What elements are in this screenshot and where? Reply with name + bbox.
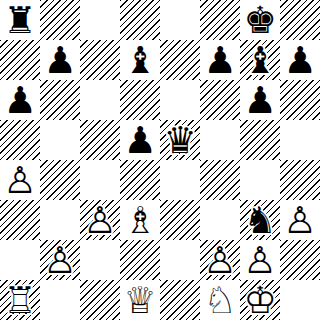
square-e1[interactable] <box>160 280 200 320</box>
black-pawn-icon: ♟ <box>40 40 80 80</box>
square-f7[interactable]: ♟♟ <box>200 40 240 80</box>
chess-board: ♜♜♚♚♟♟♝♝♟♟♝♝♟♟♟♟♟♟♟♟♛♛♟♙♟♙♝♗♞♞♟♙♟♙♟♙♟♙♜♖… <box>0 0 320 320</box>
square-g8[interactable]: ♚♚ <box>240 0 280 40</box>
square-d1[interactable]: ♛♕ <box>120 280 160 320</box>
square-d4[interactable] <box>120 160 160 200</box>
black-pawn-halo: ♟ <box>120 120 160 160</box>
square-f4[interactable] <box>200 160 240 200</box>
black-king-icon: ♚ <box>240 0 280 40</box>
square-h1[interactable] <box>280 280 320 320</box>
square-b7[interactable]: ♟♟ <box>40 40 80 80</box>
square-c6[interactable] <box>80 80 120 120</box>
white-pawn-icon: ♙ <box>280 200 320 240</box>
black-bishop-halo: ♝ <box>120 40 160 80</box>
square-e5[interactable]: ♛♛ <box>160 120 200 160</box>
square-a7[interactable] <box>0 40 40 80</box>
black-king-halo: ♚ <box>240 0 280 40</box>
square-b5[interactable] <box>40 120 80 160</box>
white-pawn-icon: ♙ <box>40 240 80 280</box>
square-g4[interactable] <box>240 160 280 200</box>
square-b4[interactable] <box>40 160 80 200</box>
square-c2[interactable] <box>80 240 120 280</box>
square-a4[interactable]: ♟♙ <box>0 160 40 200</box>
square-g1[interactable]: ♚♔ <box>240 280 280 320</box>
square-e4[interactable] <box>160 160 200 200</box>
square-b8[interactable] <box>40 0 80 40</box>
black-pawn-icon: ♟ <box>120 120 160 160</box>
black-pawn-halo: ♟ <box>40 40 80 80</box>
square-c8[interactable] <box>80 0 120 40</box>
white-pawn-halo: ♟ <box>0 160 40 200</box>
black-bishop-icon: ♝ <box>240 40 280 80</box>
white-rook-halo: ♜ <box>0 280 40 320</box>
square-e8[interactable] <box>160 0 200 40</box>
black-pawn-icon: ♟ <box>200 40 240 80</box>
square-h5[interactable] <box>280 120 320 160</box>
square-g5[interactable] <box>240 120 280 160</box>
square-h6[interactable] <box>280 80 320 120</box>
square-a3[interactable] <box>0 200 40 240</box>
white-knight-halo: ♞ <box>200 280 240 320</box>
square-b6[interactable] <box>40 80 80 120</box>
square-g3[interactable]: ♞♞ <box>240 200 280 240</box>
white-queen-halo: ♛ <box>120 280 160 320</box>
square-d8[interactable] <box>120 0 160 40</box>
square-h8[interactable] <box>280 0 320 40</box>
square-h7[interactable]: ♟♟ <box>280 40 320 80</box>
black-pawn-halo: ♟ <box>200 40 240 80</box>
black-pawn-halo: ♟ <box>240 80 280 120</box>
square-b1[interactable] <box>40 280 80 320</box>
black-queen-icon: ♛ <box>160 120 200 160</box>
square-a1[interactable]: ♜♖ <box>0 280 40 320</box>
square-e7[interactable] <box>160 40 200 80</box>
square-a2[interactable] <box>0 240 40 280</box>
square-f5[interactable] <box>200 120 240 160</box>
black-pawn-icon: ♟ <box>280 40 320 80</box>
black-bishop-halo: ♝ <box>240 40 280 80</box>
square-f3[interactable] <box>200 200 240 240</box>
black-knight-halo: ♞ <box>240 200 280 240</box>
square-c1[interactable] <box>80 280 120 320</box>
square-b3[interactable] <box>40 200 80 240</box>
black-pawn-icon: ♟ <box>240 80 280 120</box>
square-h4[interactable] <box>280 160 320 200</box>
square-f8[interactable] <box>200 0 240 40</box>
white-knight-icon: ♘ <box>200 280 240 320</box>
square-g2[interactable]: ♟♙ <box>240 240 280 280</box>
white-pawn-halo: ♟ <box>200 240 240 280</box>
white-queen-icon: ♕ <box>120 280 160 320</box>
square-d5[interactable]: ♟♟ <box>120 120 160 160</box>
black-pawn-halo: ♟ <box>0 80 40 120</box>
square-a8[interactable]: ♜♜ <box>0 0 40 40</box>
white-pawn-icon: ♙ <box>200 240 240 280</box>
square-f6[interactable] <box>200 80 240 120</box>
square-d3[interactable]: ♝♗ <box>120 200 160 240</box>
black-queen-halo: ♛ <box>160 120 200 160</box>
square-e2[interactable] <box>160 240 200 280</box>
white-pawn-halo: ♟ <box>240 240 280 280</box>
white-pawn-halo: ♟ <box>40 240 80 280</box>
square-a5[interactable] <box>0 120 40 160</box>
square-g6[interactable]: ♟♟ <box>240 80 280 120</box>
square-e6[interactable] <box>160 80 200 120</box>
square-e3[interactable] <box>160 200 200 240</box>
square-a6[interactable]: ♟♟ <box>0 80 40 120</box>
white-pawn-halo: ♟ <box>280 200 320 240</box>
square-c5[interactable] <box>80 120 120 160</box>
square-c7[interactable] <box>80 40 120 80</box>
black-pawn-halo: ♟ <box>280 40 320 80</box>
black-rook-icon: ♜ <box>0 0 40 40</box>
square-c3[interactable]: ♟♙ <box>80 200 120 240</box>
black-bishop-icon: ♝ <box>120 40 160 80</box>
white-pawn-halo: ♟ <box>80 200 120 240</box>
square-d6[interactable] <box>120 80 160 120</box>
square-h2[interactable] <box>280 240 320 280</box>
square-c4[interactable] <box>80 160 120 200</box>
white-rook-icon: ♖ <box>0 280 40 320</box>
square-f1[interactable]: ♞♘ <box>200 280 240 320</box>
square-h3[interactable]: ♟♙ <box>280 200 320 240</box>
black-knight-icon: ♞ <box>240 200 280 240</box>
white-king-icon: ♔ <box>240 280 280 320</box>
square-f2[interactable]: ♟♙ <box>200 240 240 280</box>
square-d7[interactable]: ♝♝ <box>120 40 160 80</box>
white-bishop-halo: ♝ <box>120 200 160 240</box>
square-g7[interactable]: ♝♝ <box>240 40 280 80</box>
square-d2[interactable] <box>120 240 160 280</box>
black-pawn-icon: ♟ <box>0 80 40 120</box>
white-pawn-icon: ♙ <box>0 160 40 200</box>
white-bishop-icon: ♗ <box>120 200 160 240</box>
black-rook-halo: ♜ <box>0 0 40 40</box>
white-pawn-icon: ♙ <box>240 240 280 280</box>
square-b2[interactable]: ♟♙ <box>40 240 80 280</box>
white-king-halo: ♚ <box>240 280 280 320</box>
white-pawn-icon: ♙ <box>80 200 120 240</box>
